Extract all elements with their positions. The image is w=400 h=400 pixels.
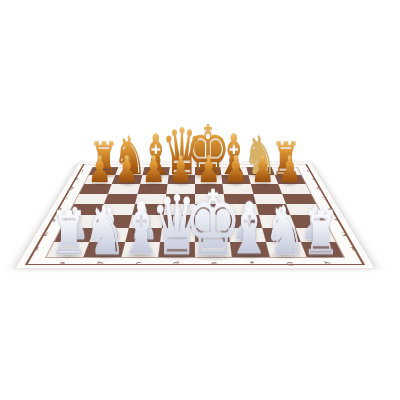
coord-label-7: 7 bbox=[70, 175, 83, 184]
chess-photo-scene: abcdefgh abcdefgh 87654321 87654321 ♜♞♝♛… bbox=[0, 0, 400, 400]
coord-label-7: 7 bbox=[307, 175, 320, 184]
piece-white-knight-g1[interactable]: ♞ bbox=[264, 197, 307, 264]
coord-label-6: 6 bbox=[312, 184, 326, 193]
piece-white-rook-h1[interactable]: ♜ bbox=[302, 204, 340, 263]
piece-black-pawn-g7[interactable]: ♟ bbox=[251, 152, 275, 189]
piece-white-rook-a1[interactable]: ♜ bbox=[49, 204, 87, 263]
piece-black-pawn-h7[interactable]: ♟ bbox=[278, 152, 302, 189]
coord-label-8: 8 bbox=[75, 167, 87, 175]
coord-label-8: 8 bbox=[303, 167, 315, 175]
coord-label-1: 1 bbox=[344, 242, 364, 257]
pieces-layer: ♜♞♝♛♚♝♞♜♟♟♟♟♟♟♟♟♟♟♟♟♟♟♟♟♜♞♝♛♚♝♞♜ bbox=[0, 0, 400, 400]
piece-black-pawn-b7[interactable]: ♟ bbox=[115, 152, 139, 189]
coord-label-6: 6 bbox=[64, 184, 78, 193]
piece-black-pawn-a7[interactable]: ♟ bbox=[88, 152, 112, 189]
coord-label-1: 1 bbox=[27, 242, 47, 257]
